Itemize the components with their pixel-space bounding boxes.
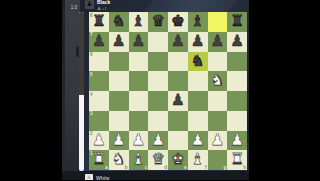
square-h8[interactable]: ♜ — [227, 12, 247, 32]
black-pawn-f7[interactable]: ♟ — [191, 32, 205, 52]
rank-label-5: 5 — [90, 72, 93, 77]
black-pawn-c7[interactable]: ♟ — [131, 32, 145, 52]
square-d5[interactable] — [148, 71, 168, 91]
captured-white-pawn-icon: ♙ — [97, 6, 101, 11]
rank-label-2: 2 — [90, 131, 93, 136]
square-a7[interactable]: 7♟ — [89, 32, 109, 52]
black-pawn-h7[interactable]: ♟ — [230, 32, 244, 52]
square-f6[interactable]: ♞ — [188, 52, 208, 72]
rank-label-1: 1 — [90, 151, 93, 156]
square-a4[interactable]: 4 — [89, 91, 109, 111]
square-e4[interactable]: ♟ — [168, 91, 188, 111]
square-g7[interactable]: ♟ — [208, 32, 228, 52]
black-pawn-a7[interactable]: ♟ — [92, 32, 106, 52]
square-f1[interactable]: f♝ — [188, 150, 208, 170]
player-bar-white: ♙ White — [62, 171, 249, 180]
square-b3[interactable] — [109, 111, 129, 131]
square-h2[interactable]: ♟ — [227, 131, 247, 151]
evaluation-bar-black-portion — [79, 12, 84, 95]
eval-value: 1.0 — [63, 5, 77, 11]
square-f3[interactable] — [188, 111, 208, 131]
file-label-f: f — [205, 165, 207, 170]
evaluation-bar-handle[interactable] — [76, 46, 79, 57]
material-count: +1 — [102, 6, 107, 11]
evaluation-bar — [79, 12, 84, 171]
square-e7[interactable]: ♟ — [168, 32, 188, 52]
square-d2[interactable]: ♟ — [148, 131, 168, 151]
chess-app-frame: 1.0 ♟ Black ♙ +1 8♜♞♝♛♚♝♜7♟♟♟♟♟♟♟6♞5♞4♟3… — [62, 0, 249, 180]
square-e5[interactable] — [168, 71, 188, 91]
square-a1[interactable]: 1a♜ — [89, 150, 109, 170]
square-g5[interactable]: ♞ — [208, 71, 228, 91]
square-b7[interactable]: ♟ — [109, 32, 129, 52]
white-pawn-a2[interactable]: ♟ — [92, 131, 106, 151]
rank-label-6: 6 — [90, 52, 93, 57]
square-g6[interactable] — [208, 52, 228, 72]
white-pawn-b2[interactable]: ♟ — [112, 131, 126, 151]
square-g4[interactable] — [208, 91, 228, 111]
left-side-strip — [65, 0, 80, 180]
square-a5[interactable]: 5 — [89, 71, 109, 91]
file-label-a: a — [105, 165, 108, 170]
square-b8[interactable]: ♞ — [109, 12, 129, 32]
black-pawn-b7[interactable]: ♟ — [112, 32, 126, 52]
rank-label-7: 7 — [90, 32, 93, 37]
white-knight-b1[interactable]: ♞ — [112, 150, 126, 170]
square-e6[interactable] — [168, 52, 188, 72]
square-d7[interactable] — [148, 32, 168, 52]
square-b1[interactable]: b♞ — [109, 150, 129, 170]
square-c3[interactable] — [129, 111, 149, 131]
file-label-g: g — [224, 165, 227, 170]
file-label-h: h — [243, 165, 246, 170]
square-b4[interactable] — [109, 91, 129, 111]
square-d6[interactable] — [148, 52, 168, 72]
black-pawn-e4[interactable]: ♟ — [171, 91, 185, 111]
square-c1[interactable]: c♝ — [129, 150, 149, 170]
square-g8[interactable] — [208, 12, 228, 32]
white-pawn-h2[interactable]: ♟ — [230, 131, 244, 151]
square-h1[interactable]: h♜ — [227, 150, 247, 170]
square-a3[interactable]: 3 — [89, 111, 109, 131]
square-b5[interactable] — [109, 71, 129, 91]
square-e8[interactable]: ♚ — [168, 12, 188, 32]
square-b6[interactable] — [109, 52, 129, 72]
black-queen-d8[interactable]: ♛ — [151, 12, 165, 32]
square-h3[interactable] — [227, 111, 247, 131]
square-f5[interactable] — [188, 71, 208, 91]
black-avatar-icon: ♟ — [85, 0, 94, 9]
square-d1[interactable]: d♛ — [148, 150, 168, 170]
square-e1[interactable]: e♚ — [168, 150, 188, 170]
square-c5[interactable] — [129, 71, 149, 91]
square-e3[interactable] — [168, 111, 188, 131]
white-queen-d1[interactable]: ♛ — [151, 150, 165, 170]
square-c2[interactable]: ♟ — [129, 131, 149, 151]
black-rook-h8[interactable]: ♜ — [230, 12, 244, 32]
white-knight-g5[interactable]: ♞ — [210, 71, 224, 91]
white-bishop-c1[interactable]: ♝ — [131, 150, 145, 170]
square-d3[interactable] — [148, 111, 168, 131]
rank-label-4: 4 — [90, 92, 93, 97]
square-f8[interactable]: ♝ — [188, 12, 208, 32]
white-rook-a1[interactable]: ♜ — [92, 150, 106, 170]
rank-label-8: 8 — [90, 13, 93, 18]
square-a6[interactable]: 6 — [89, 52, 109, 72]
white-pawn-g2[interactable]: ♟ — [210, 131, 224, 151]
square-a8[interactable]: 8♜ — [89, 12, 109, 32]
white-avatar-icon: ♙ — [85, 174, 93, 180]
white-pawn-c2[interactable]: ♟ — [131, 131, 145, 151]
square-f4[interactable] — [188, 91, 208, 111]
square-e2[interactable] — [168, 131, 188, 151]
white-pawn-f2[interactable]: ♟ — [191, 131, 205, 151]
square-g3[interactable] — [208, 111, 228, 131]
file-label-e: e — [184, 165, 187, 170]
white-bishop-f1[interactable]: ♝ — [191, 150, 205, 170]
square-g2[interactable]: ♟ — [208, 131, 228, 151]
black-rook-a8[interactable]: ♜ — [92, 12, 106, 32]
white-player-name: White — [96, 175, 110, 181]
black-bishop-f8[interactable]: ♝ — [191, 12, 205, 32]
square-g1[interactable]: g — [208, 150, 228, 170]
white-pawn-d2[interactable]: ♟ — [151, 131, 165, 151]
square-c7[interactable]: ♟ — [129, 32, 149, 52]
square-h5[interactable] — [227, 71, 247, 91]
square-b2[interactable]: ♟ — [109, 131, 129, 151]
black-knight-f6[interactable]: ♞ — [191, 52, 205, 72]
square-c4[interactable] — [129, 91, 149, 111]
square-h7[interactable]: ♟ — [227, 32, 247, 52]
square-d8[interactable]: ♛ — [148, 12, 168, 32]
chess-board: 8♜♞♝♛♚♝♜7♟♟♟♟♟♟♟6♞5♞4♟32♟♟♟♟♟♟♟1a♜b♞c♝d♛… — [89, 12, 247, 170]
square-h4[interactable] — [227, 91, 247, 111]
black-captured-pieces: ♙ +1 — [97, 6, 110, 11]
square-d4[interactable] — [148, 91, 168, 111]
square-c6[interactable] — [129, 52, 149, 72]
black-pawn-g7[interactable]: ♟ — [210, 32, 224, 52]
player-bar-black: ♟ Black ♙ +1 — [85, 0, 110, 12]
black-king-e8[interactable]: ♚ — [171, 12, 185, 32]
white-king-e1[interactable]: ♚ — [171, 150, 185, 170]
square-f7[interactable]: ♟ — [188, 32, 208, 52]
black-knight-b8[interactable]: ♞ — [112, 12, 126, 32]
square-c8[interactable]: ♝ — [129, 12, 149, 32]
square-f2[interactable]: ♟ — [188, 131, 208, 151]
square-a2[interactable]: 2♟ — [89, 131, 109, 151]
rank-label-3: 3 — [90, 111, 93, 116]
file-label-b: b — [125, 165, 128, 170]
square-h6[interactable] — [227, 52, 247, 72]
black-pawn-e7[interactable]: ♟ — [171, 32, 185, 52]
file-label-c: c — [145, 165, 148, 170]
black-bishop-c8[interactable]: ♝ — [131, 12, 145, 32]
file-label-d: d — [164, 165, 167, 170]
white-rook-h1[interactable]: ♜ — [230, 150, 244, 170]
